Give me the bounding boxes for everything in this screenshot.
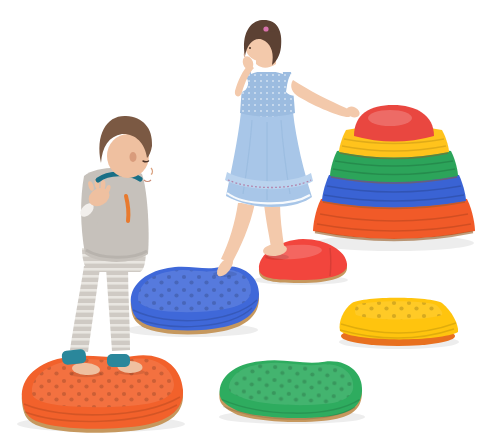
boy-left-ankle-cuff [61, 349, 86, 365]
blue-stepping-stone [131, 266, 259, 334]
boy-ear [130, 152, 137, 162]
yellow-stone-nubs [355, 301, 442, 319]
red-dome-seam [330, 248, 331, 276]
girl-bodice-eyelet [240, 72, 295, 117]
girl-hair-tie [263, 26, 268, 31]
orange-stone-nubs [32, 359, 174, 408]
orange-stepping-stone [22, 355, 183, 432]
girl-eye [249, 47, 251, 49]
yellow-stepping-stone [340, 298, 459, 346]
boy-right-ankle-cuff [107, 354, 130, 367]
product-photo-stage [0, 0, 500, 444]
stepping-stones-product-photo [0, 0, 500, 444]
stack-red-highlight [368, 110, 412, 126]
boy-zipper [126, 196, 128, 221]
boy-eye [143, 161, 149, 162]
